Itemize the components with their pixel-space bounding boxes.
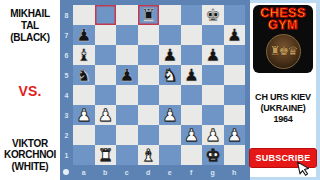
square-d1: ♝: [138, 145, 160, 165]
square-g3: [202, 105, 224, 125]
square-b3: ♟: [95, 105, 117, 125]
square-b4: [95, 85, 117, 105]
piece-white-pawn: ♟: [76, 105, 91, 125]
piece-white-king: ♚: [205, 145, 220, 165]
square-d5: [138, 65, 160, 85]
black-player-line1: MIKHAIL: [10, 8, 50, 20]
square-f6: [181, 45, 203, 65]
square-e2: [159, 125, 181, 145]
square-c3: [116, 105, 138, 125]
square-b2: [95, 125, 117, 145]
square-e3: ♟: [159, 105, 181, 125]
rank-label-8: 8: [60, 5, 73, 25]
square-e5: ♞: [159, 65, 181, 85]
piece-black-king: ♚: [205, 5, 220, 25]
white-player-line2: KORCHNOI: [4, 149, 56, 161]
piece-white-pawn: ♟: [162, 105, 177, 125]
file-label-h: h: [224, 167, 246, 178]
square-c1: [116, 145, 138, 165]
piece-white-rook: ♜: [98, 145, 113, 165]
black-player-line3: (BLACK): [10, 32, 50, 44]
square-d8: ♜: [138, 5, 160, 25]
piece-white-pawn: ♟: [205, 125, 220, 145]
square-h1: [224, 145, 246, 165]
square-a2: [73, 125, 95, 145]
square-e4: [159, 85, 181, 105]
square-h4: [224, 85, 246, 105]
square-b7: [95, 25, 117, 45]
piece-black-pawn: ♟: [76, 25, 91, 45]
square-e7: [159, 25, 181, 45]
white-player-line3: (WHITE): [4, 161, 56, 173]
square-f5: ♟: [181, 65, 203, 85]
channel-panel: CHESS GYM ♜♚♛ CH URS KIEV (UKRAINE) 1964…: [250, 0, 320, 180]
square-f8: [181, 5, 203, 25]
file-labels: abcdefgh: [73, 167, 245, 178]
rank-label-3: 3: [60, 105, 73, 125]
square-g5: [202, 65, 224, 85]
vs-label: VS.: [18, 83, 41, 99]
square-e8: [159, 5, 181, 25]
square-c2: [116, 125, 138, 145]
players-panel: MIKHAIL TAL (BLACK) VS. VIKTOR KORCHNOI …: [0, 0, 60, 180]
square-f1: [181, 145, 203, 165]
square-b5: [95, 65, 117, 85]
square-d7: [138, 25, 160, 45]
piece-black-rook: ♜: [141, 5, 156, 25]
square-g2: ♟: [202, 125, 224, 145]
square-f7: [181, 25, 203, 45]
piece-black-pawn: ♟: [162, 45, 177, 65]
square-h6: [224, 45, 246, 65]
square-g6: ♟: [202, 45, 224, 65]
square-h8: [224, 5, 246, 25]
piece-white-pawn: ♟: [184, 125, 199, 145]
piece-black-knight: ♞: [76, 65, 91, 85]
square-d4: [138, 85, 160, 105]
square-b6: [95, 45, 117, 65]
event-line1: CH URS KIEV: [255, 92, 311, 103]
piece-black-pawn: ♟: [184, 65, 199, 85]
rank-label-1: 1: [60, 145, 73, 165]
square-a1: [73, 145, 95, 165]
piece-black-pawn: ♟: [227, 25, 242, 45]
piece-white-pawn: ♟: [227, 125, 242, 145]
piece-white-pawn: ♟: [98, 105, 113, 125]
square-c7: [116, 25, 138, 45]
square-b8: [95, 5, 117, 25]
square-a8: [73, 5, 95, 25]
square-g4: [202, 85, 224, 105]
file-label-a: a: [73, 167, 95, 178]
square-c4: [116, 85, 138, 105]
event-info: CH URS KIEV (UKRAINE) 1964: [255, 92, 311, 126]
square-a7: ♟: [73, 25, 95, 45]
file-label-g: g: [202, 167, 224, 178]
rank-labels: 87654321: [60, 5, 73, 165]
channel-logo-icon: ♜♚♛: [266, 34, 301, 69]
black-player-line2: TAL: [10, 20, 50, 32]
square-e6: ♟: [159, 45, 181, 65]
file-label-b: b: [95, 167, 117, 178]
square-f3: [181, 105, 203, 125]
white-player-line1: VIKTOR: [4, 138, 56, 150]
chess-board: 87654321 ♜♚♟♟♝♟♟♞♟♞♟♟♟♟♟♟♟♜♝♚ abcdefgh: [60, 0, 250, 180]
channel-name-line2: GYM: [268, 20, 298, 32]
square-g7: [202, 25, 224, 45]
piece-black-bishop: ♝: [76, 45, 91, 65]
black-player-name: MIKHAIL TAL (BLACK): [10, 8, 50, 43]
rank-label-2: 2: [60, 125, 73, 145]
square-a3: ♟: [73, 105, 95, 125]
rank-label-5: 5: [60, 65, 73, 85]
board-grid: ♜♚♟♟♝♟♟♞♟♞♟♟♟♟♟♟♟♜♝♚: [73, 5, 245, 165]
file-label-d: d: [138, 167, 160, 178]
event-line2: (UKRAINE): [255, 103, 311, 114]
square-c5: ♟: [116, 65, 138, 85]
square-g1: ♚: [202, 145, 224, 165]
square-h7: ♟: [224, 25, 246, 45]
rank-label-7: 7: [60, 25, 73, 45]
subscribe-area: SUBSCRIBE: [249, 148, 318, 168]
event-line3: 1964: [255, 114, 311, 125]
channel-brand-card: CHESS GYM ♜♚♛: [253, 5, 313, 73]
side-to-move-indicator: [63, 169, 69, 175]
file-label-f: f: [181, 167, 203, 178]
piece-black-pawn: ♟: [205, 45, 220, 65]
file-label-c: c: [116, 167, 138, 178]
square-f2: ♟: [181, 125, 203, 145]
piece-white-bishop: ♝: [141, 145, 156, 165]
square-h3: [224, 105, 246, 125]
square-a4: [73, 85, 95, 105]
square-b1: ♜: [95, 145, 117, 165]
square-f4: [181, 85, 203, 105]
square-g8: ♚: [202, 5, 224, 25]
square-h5: [224, 65, 246, 85]
rank-label-4: 4: [60, 85, 73, 105]
piece-white-knight: ♞: [162, 65, 177, 85]
square-h2: ♟: [224, 125, 246, 145]
square-a6: ♝: [73, 45, 95, 65]
file-label-e: e: [159, 167, 181, 178]
video-thumbnail: MIKHAIL TAL (BLACK) VS. VIKTOR KORCHNOI …: [0, 0, 320, 180]
white-player-name: VIKTOR KORCHNOI (WHITE): [4, 138, 56, 173]
square-c6: [116, 45, 138, 65]
square-d2: [138, 125, 160, 145]
piece-black-pawn: ♟: [119, 65, 134, 85]
square-d3: [138, 105, 160, 125]
square-e1: [159, 145, 181, 165]
square-a5: ♞: [73, 65, 95, 85]
square-c8: [116, 5, 138, 25]
rank-label-6: 6: [60, 45, 73, 65]
square-d6: [138, 45, 160, 65]
